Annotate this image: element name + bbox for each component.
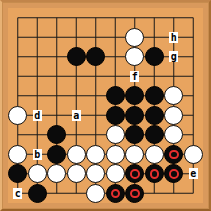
black-stone <box>145 106 164 125</box>
white-stone <box>106 145 125 164</box>
red-circle-marker <box>130 189 140 199</box>
intersection-c5-r7[interactable] <box>86 125 106 145</box>
intersection-c2-r8[interactable]: b <box>28 145 48 165</box>
intersection-c5-r5[interactable] <box>86 86 106 106</box>
white-stone <box>106 164 125 183</box>
intersection-c5-r10[interactable] <box>86 184 106 204</box>
intersection-c6-r3[interactable] <box>106 47 126 67</box>
intersection-c5-r1[interactable] <box>86 8 106 28</box>
intersection-c1-r2[interactable] <box>8 28 28 48</box>
intersection-c2-r2[interactable] <box>28 28 48 48</box>
intersection-c4-r8[interactable] <box>67 145 87 165</box>
intersection-c3-r2[interactable] <box>47 28 67 48</box>
intersection-c8-r2[interactable] <box>145 28 165 48</box>
intersection-c1-r3[interactable] <box>8 47 28 67</box>
intersection-c10-r9[interactable]: e <box>184 164 204 184</box>
intersection-c8-r10[interactable] <box>145 184 165 204</box>
intersection-c9-r6[interactable] <box>164 106 184 126</box>
intersection-c9-r9[interactable] <box>164 164 184 184</box>
intersection-c3-r1[interactable] <box>47 8 67 28</box>
intersection-c4-r5[interactable] <box>67 86 87 106</box>
intersection-c10-r2[interactable] <box>184 28 204 48</box>
intersection-c6-r5[interactable] <box>106 86 126 106</box>
point-label-h: h <box>169 32 178 43</box>
intersection-c8-r3[interactable] <box>145 47 165 67</box>
black-stone <box>28 184 47 203</box>
black-stone <box>125 125 144 144</box>
intersection-c6-r4[interactable] <box>106 67 126 87</box>
intersection-c10-r10[interactable] <box>184 184 204 204</box>
intersection-c8-r6[interactable] <box>145 106 165 126</box>
intersection-c2-r1[interactable] <box>28 8 48 28</box>
intersection-c5-r6[interactable] <box>86 106 106 126</box>
intersection-c7-r6[interactable] <box>125 106 145 126</box>
intersection-c2-r6[interactable]: d <box>28 106 48 126</box>
red-circle-marker <box>169 150 179 160</box>
point-label-g: g <box>169 51 178 62</box>
white-stone <box>106 125 125 144</box>
intersection-c5-r9[interactable] <box>86 164 106 184</box>
intersection-c7-r8[interactable] <box>125 145 145 165</box>
intersection-c10-r6[interactable] <box>184 106 204 126</box>
intersection-c10-r8[interactable] <box>184 145 204 165</box>
white-stone <box>125 47 144 66</box>
black-stone <box>8 164 27 183</box>
white-stone <box>86 184 105 203</box>
intersection-c4-r7[interactable] <box>67 125 87 145</box>
marked-black-stone <box>106 184 125 203</box>
black-stone <box>47 125 66 144</box>
board-grid: hgfdabec <box>8 8 203 203</box>
intersection-c2-r5[interactable] <box>28 86 48 106</box>
intersection-c9-r10[interactable] <box>164 184 184 204</box>
intersection-c3-r3[interactable] <box>47 47 67 67</box>
intersection-c7-r2[interactable] <box>125 28 145 48</box>
intersection-c10-r4[interactable] <box>184 67 204 87</box>
white-stone <box>184 145 203 164</box>
black-stone <box>106 86 125 105</box>
intersection-c1-r8[interactable] <box>8 145 28 165</box>
marked-black-stone <box>164 164 183 183</box>
intersection-c3-r4[interactable] <box>47 67 67 87</box>
red-circle-marker <box>130 169 140 179</box>
intersection-c4-r3[interactable] <box>67 47 87 67</box>
white-stone <box>47 164 66 183</box>
point-label-c: c <box>13 188 22 199</box>
intersection-c9-r1[interactable] <box>164 8 184 28</box>
go-board-diagram: hgfdabec <box>0 0 211 211</box>
black-stone <box>125 86 144 105</box>
intersection-c9-r3[interactable]: g <box>164 47 184 67</box>
point-label-a: a <box>72 110 81 121</box>
black-stone <box>145 125 164 144</box>
intersection-c5-r3[interactable] <box>86 47 106 67</box>
intersection-c4-r4[interactable] <box>67 67 87 87</box>
white-stone <box>67 145 86 164</box>
intersection-c6-r8[interactable] <box>106 145 126 165</box>
intersection-c1-r10[interactable]: c <box>8 184 28 204</box>
intersection-c1-r9[interactable] <box>8 164 28 184</box>
intersection-c1-r1[interactable] <box>8 8 28 28</box>
black-stone <box>145 86 164 105</box>
intersection-c3-r5[interactable] <box>47 86 67 106</box>
white-stone <box>164 106 183 125</box>
intersection-c2-r7[interactable] <box>28 125 48 145</box>
intersection-c7-r5[interactable] <box>125 86 145 106</box>
marked-black-stone <box>145 164 164 183</box>
black-stone <box>125 106 144 125</box>
intersection-c7-r3[interactable] <box>125 47 145 67</box>
white-stone <box>86 164 105 183</box>
white-stone <box>8 145 27 164</box>
point-label-b: b <box>33 149 42 160</box>
intersection-c8-r7[interactable] <box>145 125 165 145</box>
intersection-c3-r7[interactable] <box>47 125 67 145</box>
intersection-c6-r6[interactable] <box>106 106 126 126</box>
intersection-c3-r8[interactable] <box>47 145 67 165</box>
black-stone <box>145 47 164 66</box>
intersection-c9-r2[interactable]: h <box>164 28 184 48</box>
white-stone <box>8 106 27 125</box>
black-stone <box>47 145 66 164</box>
intersection-c2-r4[interactable] <box>28 67 48 87</box>
intersection-c3-r6[interactable] <box>47 106 67 126</box>
intersection-c8-r8[interactable] <box>145 145 165 165</box>
intersection-c9-r5[interactable] <box>164 86 184 106</box>
marked-black-stone <box>164 145 183 164</box>
intersection-c2-r3[interactable] <box>28 47 48 67</box>
intersection-c2-r10[interactable] <box>28 184 48 204</box>
intersection-c6-r1[interactable] <box>106 8 126 28</box>
point-label-e: e <box>189 168 198 179</box>
intersection-c7-r4[interactable]: f <box>125 67 145 87</box>
red-circle-marker <box>169 169 179 179</box>
intersection-c4-r1[interactable] <box>67 8 87 28</box>
intersection-c8-r9[interactable] <box>145 164 165 184</box>
intersection-c4-r9[interactable] <box>67 164 87 184</box>
intersection-c5-r2[interactable] <box>86 28 106 48</box>
intersection-c10-r1[interactable] <box>184 8 204 28</box>
white-stone <box>164 125 183 144</box>
white-stone <box>86 145 105 164</box>
intersection-c1-r7[interactable] <box>8 125 28 145</box>
intersection-c1-r6[interactable] <box>8 106 28 126</box>
intersection-c9-r7[interactable] <box>164 125 184 145</box>
intersection-c2-r9[interactable] <box>28 164 48 184</box>
intersection-c9-r4[interactable] <box>164 67 184 87</box>
white-stone <box>28 164 47 183</box>
white-stone <box>67 164 86 183</box>
intersection-c5-r8[interactable] <box>86 145 106 165</box>
intersection-c1-r5[interactable] <box>8 86 28 106</box>
white-stone <box>125 145 144 164</box>
white-stone <box>164 86 183 105</box>
intersection-c4-r2[interactable] <box>67 28 87 48</box>
intersection-c7-r10[interactable] <box>125 184 145 204</box>
intersection-c5-r4[interactable] <box>86 67 106 87</box>
black-stone <box>67 47 86 66</box>
marked-black-stone <box>125 184 144 203</box>
intersection-c8-r4[interactable] <box>145 67 165 87</box>
intersection-c1-r4[interactable] <box>8 67 28 87</box>
intersection-c7-r1[interactable] <box>125 8 145 28</box>
red-circle-marker <box>111 189 121 199</box>
intersection-c6-r7[interactable] <box>106 125 126 145</box>
intersection-c8-r5[interactable] <box>145 86 165 106</box>
black-stone <box>106 106 125 125</box>
point-label-d: d <box>33 110 42 121</box>
intersection-c8-r1[interactable] <box>145 8 165 28</box>
intersection-c4-r6[interactable]: a <box>67 106 87 126</box>
marked-black-stone <box>125 164 144 183</box>
intersection-c3-r10[interactable] <box>47 184 67 204</box>
black-stone <box>86 47 105 66</box>
white-stone <box>145 145 164 164</box>
intersection-c9-r8[interactable] <box>164 145 184 165</box>
intersection-c6-r10[interactable] <box>106 184 126 204</box>
white-stone <box>125 28 144 47</box>
red-circle-marker <box>150 169 160 179</box>
intersection-c3-r9[interactable] <box>47 164 67 184</box>
point-label-f: f <box>130 71 139 82</box>
intersection-c10-r3[interactable] <box>184 47 204 67</box>
intersection-c10-r5[interactable] <box>184 86 204 106</box>
intersection-c7-r7[interactable] <box>125 125 145 145</box>
intersection-c10-r7[interactable] <box>184 125 204 145</box>
intersection-c4-r10[interactable] <box>67 184 87 204</box>
intersection-c6-r9[interactable] <box>106 164 126 184</box>
intersection-c7-r9[interactable] <box>125 164 145 184</box>
goban: hgfdabec <box>8 8 203 203</box>
intersection-c6-r2[interactable] <box>106 28 126 48</box>
